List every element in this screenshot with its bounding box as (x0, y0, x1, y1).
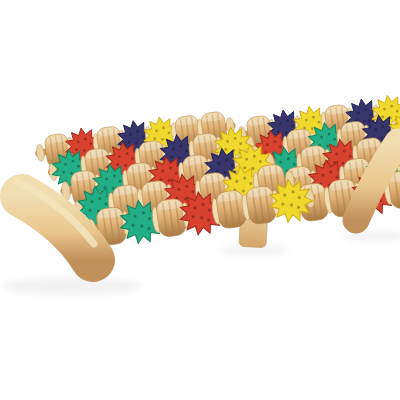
product-figure: Wooden dual foot massage roller with fiv… (0, 0, 400, 400)
foot-massage-roller-illustration (0, 0, 400, 400)
product-photo: Wooden dual foot massage roller with fiv… (0, 0, 400, 400)
wooden-roller (215, 189, 247, 229)
